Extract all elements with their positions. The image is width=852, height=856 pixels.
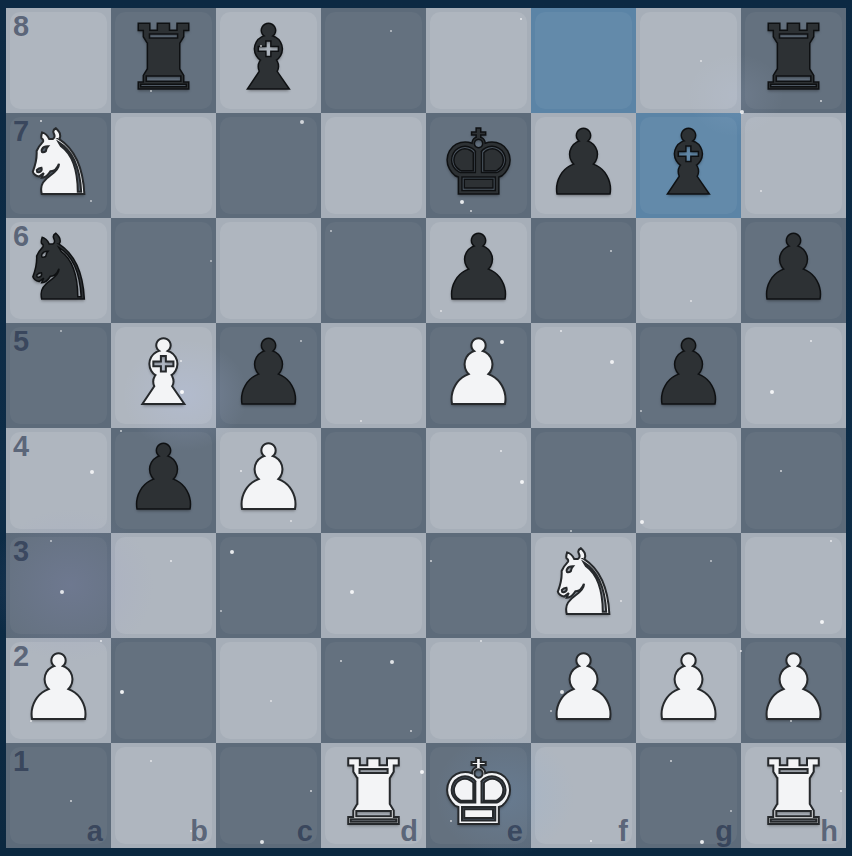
file-label-b: b bbox=[190, 815, 208, 848]
file-label-g: g bbox=[715, 815, 733, 848]
piece-black-king[interactable]: ♚ bbox=[438, 110, 519, 215]
piece-white-pawn[interactable]: ♟ bbox=[18, 635, 99, 740]
square-g4[interactable] bbox=[636, 428, 741, 533]
square-f7[interactable]: ♟ bbox=[531, 113, 636, 218]
piece-black-pawn[interactable]: ♟ bbox=[123, 425, 204, 530]
snow-speckles-small bbox=[0, 0, 2, 2]
square-c7[interactable] bbox=[216, 113, 321, 218]
square-a3[interactable]: 3 bbox=[6, 533, 111, 638]
piece-black-pawn[interactable]: ♟ bbox=[543, 110, 624, 215]
square-e5[interactable]: ♟ bbox=[426, 323, 531, 428]
piece-black-knight[interactable]: ♞ bbox=[18, 215, 99, 320]
piece-white-pawn[interactable]: ♟ bbox=[228, 425, 309, 530]
piece-white-pawn[interactable]: ♟ bbox=[648, 635, 729, 740]
square-d6[interactable] bbox=[321, 218, 426, 323]
square-c8[interactable]: ♝ bbox=[216, 8, 321, 113]
square-f1[interactable]: f bbox=[531, 743, 636, 848]
piece-white-rook[interactable]: ♜ bbox=[753, 740, 834, 845]
square-g2[interactable]: ♟ bbox=[636, 638, 741, 743]
snow-speckles-large bbox=[0, 0, 4, 4]
chess-board: 8♜♝♜7♞♚♟♝6♞♟♟5♝♟♟♟4♟♟3♞2♟♟♟♟1abcd♜e♚fgh♜ bbox=[6, 8, 846, 848]
square-g5[interactable]: ♟ bbox=[636, 323, 741, 428]
piece-black-rook[interactable]: ♜ bbox=[123, 5, 204, 110]
square-a5[interactable]: 5 bbox=[6, 323, 111, 428]
square-g1[interactable]: g bbox=[636, 743, 741, 848]
rank-label-3: 3 bbox=[13, 535, 29, 568]
square-e4[interactable] bbox=[426, 428, 531, 533]
piece-white-knight[interactable]: ♞ bbox=[543, 530, 624, 635]
square-b7[interactable] bbox=[111, 113, 216, 218]
file-label-f: f bbox=[618, 815, 628, 848]
square-c2[interactable] bbox=[216, 638, 321, 743]
piece-white-knight[interactable]: ♞ bbox=[18, 110, 99, 215]
square-d5[interactable] bbox=[321, 323, 426, 428]
square-c5[interactable]: ♟ bbox=[216, 323, 321, 428]
square-h4[interactable] bbox=[741, 428, 846, 533]
rank-label-5: 5 bbox=[13, 325, 29, 358]
piece-black-rook[interactable]: ♜ bbox=[753, 5, 834, 110]
square-f6[interactable] bbox=[531, 218, 636, 323]
square-g7[interactable]: ♝ bbox=[636, 113, 741, 218]
file-label-a: a bbox=[87, 815, 103, 848]
square-f8[interactable] bbox=[531, 8, 636, 113]
piece-black-pawn[interactable]: ♟ bbox=[228, 320, 309, 425]
piece-black-bishop[interactable]: ♝ bbox=[648, 110, 729, 215]
square-d4[interactable] bbox=[321, 428, 426, 533]
square-d7[interactable] bbox=[321, 113, 426, 218]
square-h6[interactable]: ♟ bbox=[741, 218, 846, 323]
square-a1[interactable]: 1a bbox=[6, 743, 111, 848]
square-a7[interactable]: 7♞ bbox=[6, 113, 111, 218]
square-h8[interactable]: ♜ bbox=[741, 8, 846, 113]
square-b1[interactable]: b bbox=[111, 743, 216, 848]
square-b6[interactable] bbox=[111, 218, 216, 323]
piece-white-pawn[interactable]: ♟ bbox=[753, 635, 834, 740]
square-h3[interactable] bbox=[741, 533, 846, 638]
piece-white-king[interactable]: ♚ bbox=[438, 740, 519, 845]
square-h5[interactable] bbox=[741, 323, 846, 428]
rank-label-8: 8 bbox=[13, 10, 29, 43]
piece-white-pawn[interactable]: ♟ bbox=[438, 320, 519, 425]
piece-black-pawn[interactable]: ♟ bbox=[753, 215, 834, 320]
square-d1[interactable]: d♜ bbox=[321, 743, 426, 848]
square-d8[interactable] bbox=[321, 8, 426, 113]
square-e3[interactable] bbox=[426, 533, 531, 638]
square-a2[interactable]: 2♟ bbox=[6, 638, 111, 743]
square-b2[interactable] bbox=[111, 638, 216, 743]
square-g3[interactable] bbox=[636, 533, 741, 638]
piece-black-pawn[interactable]: ♟ bbox=[438, 215, 519, 320]
square-c1[interactable]: c bbox=[216, 743, 321, 848]
square-b3[interactable] bbox=[111, 533, 216, 638]
square-d3[interactable] bbox=[321, 533, 426, 638]
square-g8[interactable] bbox=[636, 8, 741, 113]
square-c3[interactable] bbox=[216, 533, 321, 638]
piece-white-rook[interactable]: ♜ bbox=[333, 740, 414, 845]
square-a4[interactable]: 4 bbox=[6, 428, 111, 533]
square-d2[interactable] bbox=[321, 638, 426, 743]
square-f4[interactable] bbox=[531, 428, 636, 533]
chess-app-canvas: { "game": "chess", "position": { "fen": … bbox=[0, 0, 852, 856]
square-b4[interactable]: ♟ bbox=[111, 428, 216, 533]
file-label-c: c bbox=[297, 815, 313, 848]
square-e6[interactable]: ♟ bbox=[426, 218, 531, 323]
square-f3[interactable]: ♞ bbox=[531, 533, 636, 638]
square-b8[interactable]: ♜ bbox=[111, 8, 216, 113]
rank-label-4: 4 bbox=[13, 430, 29, 463]
square-f2[interactable]: ♟ bbox=[531, 638, 636, 743]
square-c6[interactable] bbox=[216, 218, 321, 323]
rank-label-1: 1 bbox=[13, 745, 29, 778]
square-a6[interactable]: 6♞ bbox=[6, 218, 111, 323]
square-h7[interactable] bbox=[741, 113, 846, 218]
piece-white-bishop[interactable]: ♝ bbox=[123, 320, 204, 425]
square-b5[interactable]: ♝ bbox=[111, 323, 216, 428]
square-c4[interactable]: ♟ bbox=[216, 428, 321, 533]
square-e7[interactable]: ♚ bbox=[426, 113, 531, 218]
square-h1[interactable]: h♜ bbox=[741, 743, 846, 848]
piece-black-bishop[interactable]: ♝ bbox=[228, 5, 309, 110]
piece-black-pawn[interactable]: ♟ bbox=[648, 320, 729, 425]
square-a8[interactable]: 8 bbox=[6, 8, 111, 113]
piece-white-pawn[interactable]: ♟ bbox=[543, 635, 624, 740]
square-e8[interactable] bbox=[426, 8, 531, 113]
square-f5[interactable] bbox=[531, 323, 636, 428]
square-h2[interactable]: ♟ bbox=[741, 638, 846, 743]
square-g6[interactable] bbox=[636, 218, 741, 323]
square-e1[interactable]: e♚ bbox=[426, 743, 531, 848]
square-e2[interactable] bbox=[426, 638, 531, 743]
